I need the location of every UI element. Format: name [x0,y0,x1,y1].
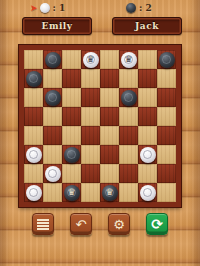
white-king-piece[interactable]: ♛ [121,52,137,68]
square-f4[interactable] [119,126,138,145]
black-king-piece[interactable]: ♛ [64,185,80,201]
square-g8[interactable] [138,50,157,69]
square-e2[interactable] [100,164,119,183]
black-man-piece[interactable] [45,90,61,106]
crown-icon: ♛ [83,52,99,68]
square-h5[interactable] [157,107,176,126]
checkers-app: ➤ : 1 : 2 Emily Jack ♛♛♛♛ ↶ ⚙ ⟳ [0,0,200,266]
square-e5[interactable] [100,107,119,126]
square-f3[interactable] [119,145,138,164]
square-a8[interactable] [24,50,43,69]
crown-icon: ♛ [64,185,80,201]
square-b7[interactable] [43,69,62,88]
square-h3[interactable] [157,145,176,164]
square-h2[interactable] [157,164,176,183]
white-man-piece[interactable] [26,185,42,201]
crown-icon: ♛ [102,185,118,201]
square-a6[interactable] [24,88,43,107]
square-g7[interactable] [138,69,157,88]
square-d6[interactable] [81,88,100,107]
player-plate-jack: Jack [112,17,182,35]
square-f6[interactable] [119,88,138,107]
player-name-left: Emily [42,21,73,31]
black-man-piece[interactable] [64,147,80,163]
square-f1[interactable] [119,183,138,202]
square-c1[interactable]: ♛ [62,183,81,202]
white-man-piece[interactable] [140,147,156,163]
black-checker-icon [126,3,136,13]
black-score: : 2 [126,2,152,14]
square-a4[interactable] [24,126,43,145]
settings-button[interactable]: ⚙ [108,213,130,235]
checkers-board: ♛♛♛♛ [19,45,181,207]
crown-icon: ♛ [121,52,137,68]
square-g5[interactable] [138,107,157,126]
square-b2[interactable] [43,164,62,183]
square-b1[interactable] [43,183,62,202]
square-g4[interactable] [138,126,157,145]
square-c4[interactable] [62,126,81,145]
menu-button[interactable] [32,213,54,235]
square-c7[interactable] [62,69,81,88]
board-grid: ♛♛♛♛ [24,50,176,202]
square-c8[interactable] [62,50,81,69]
white-king-piece[interactable]: ♛ [83,52,99,68]
square-f2[interactable] [119,164,138,183]
square-e8[interactable] [100,50,119,69]
square-g1[interactable] [138,183,157,202]
black-man-piece[interactable] [121,90,137,106]
undo-arrow-icon: ↶ [76,218,87,231]
square-c2[interactable] [62,164,81,183]
square-d2[interactable] [81,164,100,183]
square-b8[interactable] [43,50,62,69]
square-b6[interactable] [43,88,62,107]
black-score-value: : 2 [139,3,152,13]
white-man-piece[interactable] [45,166,61,182]
square-g3[interactable] [138,145,157,164]
undo-button[interactable]: ↶ [70,213,92,235]
square-d4[interactable] [81,126,100,145]
bottom-toolbar: ↶ ⚙ ⟳ [0,213,200,235]
square-g6[interactable] [138,88,157,107]
square-g2[interactable] [138,164,157,183]
player-plate-emily: Emily [22,17,92,35]
white-man-piece[interactable] [26,147,42,163]
square-d5[interactable] [81,107,100,126]
square-f8[interactable]: ♛ [119,50,138,69]
black-king-piece[interactable]: ♛ [102,185,118,201]
turn-indicator-arrow-icon: ➤ [30,4,38,13]
square-d8[interactable]: ♛ [81,50,100,69]
square-h4[interactable] [157,126,176,145]
square-h1[interactable] [157,183,176,202]
restart-button[interactable]: ⟳ [146,213,168,235]
white-man-piece[interactable] [140,185,156,201]
square-e4[interactable] [100,126,119,145]
square-a2[interactable] [24,164,43,183]
square-a1[interactable] [24,183,43,202]
square-a5[interactable] [24,107,43,126]
player-name-right: Jack [135,21,159,31]
square-a7[interactable] [24,69,43,88]
square-h6[interactable] [157,88,176,107]
square-b3[interactable] [43,145,62,164]
square-d1[interactable] [81,183,100,202]
white-score: ➤ : 1 [30,2,65,14]
square-f5[interactable] [119,107,138,126]
gear-icon: ⚙ [113,218,125,231]
black-man-piece[interactable] [159,52,175,68]
restart-arrow-icon: ⟳ [151,217,163,231]
square-c3[interactable] [62,145,81,164]
square-a3[interactable] [24,145,43,164]
square-e3[interactable] [100,145,119,164]
square-h7[interactable] [157,69,176,88]
square-h8[interactable] [157,50,176,69]
square-d3[interactable] [81,145,100,164]
square-c6[interactable] [62,88,81,107]
square-e1[interactable]: ♛ [100,183,119,202]
square-e7[interactable] [100,69,119,88]
hamburger-icon [37,219,49,230]
square-b4[interactable] [43,126,62,145]
square-b5[interactable] [43,107,62,126]
white-checker-icon [40,3,50,13]
black-man-piece[interactable] [45,52,61,68]
black-man-piece[interactable] [26,71,42,87]
square-f7[interactable] [119,69,138,88]
square-c5[interactable] [62,107,81,126]
square-e6[interactable] [100,88,119,107]
square-d7[interactable] [81,69,100,88]
white-score-value: : 1 [53,3,66,13]
